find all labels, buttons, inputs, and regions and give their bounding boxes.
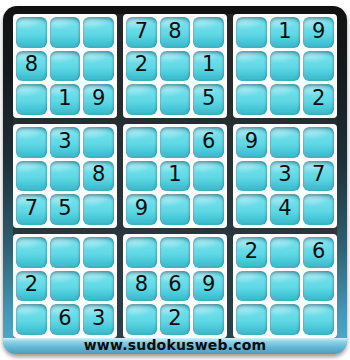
cell-r4c3[interactable]: [83, 127, 114, 158]
box-2-3: 9374: [233, 124, 337, 228]
cell-r3c4[interactable]: [126, 84, 157, 115]
cell-r2c2[interactable]: [50, 51, 81, 82]
cell-r5c2[interactable]: [50, 161, 81, 192]
cell-r2c9[interactable]: [303, 51, 334, 82]
cell-r3c3[interactable]: 9: [83, 84, 114, 115]
cell-r5c5[interactable]: 1: [160, 161, 191, 192]
cell-r9c2[interactable]: 6: [50, 304, 81, 335]
cell-r8c2[interactable]: [50, 271, 81, 302]
cell-r4c8[interactable]: [270, 127, 301, 158]
cell-r9c9[interactable]: [303, 304, 334, 335]
cell-r4c5[interactable]: [160, 127, 191, 158]
cell-r5c8[interactable]: 3: [270, 161, 301, 192]
cell-r9c3[interactable]: 3: [83, 304, 114, 335]
cell-r3c7[interactable]: [236, 84, 267, 115]
cell-r1c4[interactable]: 7: [126, 17, 157, 48]
cell-r1c9[interactable]: 9: [303, 17, 334, 48]
cell-r1c8[interactable]: 1: [270, 17, 301, 48]
cell-r8c1[interactable]: 2: [16, 271, 47, 302]
cell-r6c3[interactable]: [83, 194, 114, 225]
cell-r6c5[interactable]: [160, 194, 191, 225]
cell-r9c7[interactable]: [236, 304, 267, 335]
cell-r5c4[interactable]: [126, 161, 157, 192]
cell-r5c1[interactable]: [16, 161, 47, 192]
cell-r7c6[interactable]: [193, 237, 224, 268]
cell-r2c4[interactable]: 2: [126, 51, 157, 82]
cell-r1c2[interactable]: [50, 17, 81, 48]
cell-r2c6[interactable]: 1: [193, 51, 224, 82]
cell-r2c7[interactable]: [236, 51, 267, 82]
box-1-2: 78215: [123, 14, 227, 118]
cell-r7c3[interactable]: [83, 237, 114, 268]
cell-r3c5[interactable]: [160, 84, 191, 115]
cell-r3c9[interactable]: 2: [303, 84, 334, 115]
cell-r1c5[interactable]: 8: [160, 17, 191, 48]
cell-r1c1[interactable]: [16, 17, 47, 48]
box-3-3: 26: [233, 234, 337, 338]
cell-r7c5[interactable]: [160, 237, 191, 268]
cell-r8c4[interactable]: 8: [126, 271, 157, 302]
cell-r7c7[interactable]: 2: [236, 237, 267, 268]
cell-r8c7[interactable]: [236, 271, 267, 302]
cell-r3c6[interactable]: 5: [193, 84, 224, 115]
box-3-1: 263: [13, 234, 117, 338]
cell-r9c4[interactable]: [126, 304, 157, 335]
cell-r4c1[interactable]: [16, 127, 47, 158]
box-1-3: 192: [233, 14, 337, 118]
cell-r5c9[interactable]: 7: [303, 161, 334, 192]
cell-r3c8[interactable]: [270, 84, 301, 115]
cell-r6c2[interactable]: 5: [50, 194, 81, 225]
box-3-2: 8692: [123, 234, 227, 338]
cell-r9c1[interactable]: [16, 304, 47, 335]
sudoku-board: 8197821519238756199374263869226 www.sudo…: [3, 6, 347, 354]
cell-r8c9[interactable]: [303, 271, 334, 302]
cell-r7c9[interactable]: 6: [303, 237, 334, 268]
cell-r1c7[interactable]: [236, 17, 267, 48]
cell-r1c6[interactable]: [193, 17, 224, 48]
website-url[interactable]: www.sudokusweb.com: [84, 337, 267, 353]
cell-r7c8[interactable]: [270, 237, 301, 268]
cell-r5c6[interactable]: [193, 161, 224, 192]
cell-r5c7[interactable]: [236, 161, 267, 192]
cell-r4c9[interactable]: [303, 127, 334, 158]
cell-r6c1[interactable]: 7: [16, 194, 47, 225]
cell-r6c7[interactable]: [236, 194, 267, 225]
cell-r7c4[interactable]: [126, 237, 157, 268]
cell-r7c1[interactable]: [16, 237, 47, 268]
cell-r4c6[interactable]: 6: [193, 127, 224, 158]
cell-r8c6[interactable]: 9: [193, 271, 224, 302]
cell-r3c1[interactable]: [16, 84, 47, 115]
cell-r5c3[interactable]: 8: [83, 161, 114, 192]
cell-r8c3[interactable]: [83, 271, 114, 302]
cell-r9c8[interactable]: [270, 304, 301, 335]
cell-r1c3[interactable]: [83, 17, 114, 48]
cell-r2c1[interactable]: 8: [16, 51, 47, 82]
cell-r8c8[interactable]: [270, 271, 301, 302]
cell-r6c8[interactable]: 4: [270, 194, 301, 225]
cell-r4c2[interactable]: 3: [50, 127, 81, 158]
box-2-1: 3875: [13, 124, 117, 228]
box-1-1: 819: [13, 14, 117, 118]
cell-r7c2[interactable]: [50, 237, 81, 268]
sudoku-grid: 8197821519238756199374263869226: [13, 14, 337, 338]
cell-r4c4[interactable]: [126, 127, 157, 158]
cell-r2c8[interactable]: [270, 51, 301, 82]
cell-r8c5[interactable]: 6: [160, 271, 191, 302]
cell-r9c5[interactable]: 2: [160, 304, 191, 335]
cell-r9c6[interactable]: [193, 304, 224, 335]
cell-r3c2[interactable]: 1: [50, 84, 81, 115]
cell-r6c6[interactable]: [193, 194, 224, 225]
cell-r4c7[interactable]: 9: [236, 127, 267, 158]
box-2-2: 619: [123, 124, 227, 228]
cell-r6c9[interactable]: [303, 194, 334, 225]
cell-r2c3[interactable]: [83, 51, 114, 82]
footer-bar: www.sudokusweb.com: [3, 338, 347, 354]
cell-r2c5[interactable]: [160, 51, 191, 82]
cell-r6c4[interactable]: 9: [126, 194, 157, 225]
